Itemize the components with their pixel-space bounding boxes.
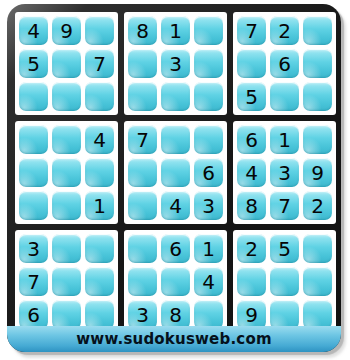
sudoku-cell[interactable]: 7: [237, 16, 266, 45]
sudoku-cell[interactable]: [270, 82, 299, 111]
sudoku-cell[interactable]: [303, 16, 332, 45]
sudoku-cell[interactable]: [194, 82, 223, 111]
sudoku-cell[interactable]: 5: [237, 82, 266, 111]
sudoku-cell[interactable]: 6: [19, 300, 48, 329]
sudoku-box: 259: [233, 230, 336, 333]
sudoku-cell[interactable]: 1: [270, 125, 299, 154]
website-url[interactable]: www.sudokusweb.com: [76, 330, 271, 348]
sudoku-cell[interactable]: 4: [19, 16, 48, 45]
sudoku-cell[interactable]: [52, 49, 81, 78]
sudoku-cell[interactable]: [19, 158, 48, 187]
sudoku-cell[interactable]: [194, 300, 223, 329]
sudoku-cell[interactable]: [52, 300, 81, 329]
footer-bar: www.sudokusweb.com: [7, 326, 341, 352]
sudoku-cell[interactable]: [19, 125, 48, 154]
sudoku-cell[interactable]: 5: [270, 234, 299, 263]
sudoku-cell[interactable]: [303, 234, 332, 263]
sudoku-cell[interactable]: [303, 82, 332, 111]
sudoku-cell[interactable]: 9: [237, 300, 266, 329]
sudoku-cell[interactable]: 1: [85, 191, 114, 220]
sudoku-cell[interactable]: [128, 267, 157, 296]
sudoku-cell[interactable]: 5: [19, 49, 48, 78]
sudoku-cell[interactable]: 7: [270, 191, 299, 220]
sudoku-cell[interactable]: [85, 234, 114, 263]
sudoku-cell[interactable]: [303, 49, 332, 78]
sudoku-cell[interactable]: [270, 267, 299, 296]
sudoku-cell[interactable]: 8: [128, 16, 157, 45]
sudoku-cell[interactable]: 3: [128, 300, 157, 329]
sudoku-cell[interactable]: [237, 267, 266, 296]
sudoku-cell[interactable]: [128, 49, 157, 78]
sudoku-cell[interactable]: [161, 267, 190, 296]
sudoku-cell[interactable]: 6: [161, 234, 190, 263]
sudoku-cell[interactable]: [237, 49, 266, 78]
sudoku-cell[interactable]: 3: [161, 49, 190, 78]
sudoku-cell[interactable]: [52, 234, 81, 263]
sudoku-cell[interactable]: [85, 82, 114, 111]
sudoku-box: 4957: [15, 12, 118, 115]
sudoku-cell[interactable]: [128, 158, 157, 187]
sudoku-box: 41: [15, 121, 118, 224]
sudoku-box: 813: [124, 12, 227, 115]
sudoku-cell[interactable]: [128, 191, 157, 220]
sudoku-cell[interactable]: 4: [85, 125, 114, 154]
sudoku-cell[interactable]: [85, 267, 114, 296]
sudoku-cell[interactable]: 2: [270, 16, 299, 45]
sudoku-box: 61439872: [233, 121, 336, 224]
sudoku-cell[interactable]: [85, 300, 114, 329]
sudoku-cell[interactable]: 7: [128, 125, 157, 154]
sudoku-cell[interactable]: 6: [194, 158, 223, 187]
sudoku-cell[interactable]: [52, 82, 81, 111]
sudoku-box: 7265: [233, 12, 336, 115]
sudoku-cell[interactable]: [85, 16, 114, 45]
sudoku-box: 376: [15, 230, 118, 333]
sudoku-cell[interactable]: [161, 125, 190, 154]
sudoku-cell[interactable]: 1: [161, 16, 190, 45]
sudoku-cell[interactable]: 2: [303, 191, 332, 220]
sudoku-cell[interactable]: 8: [237, 191, 266, 220]
sudoku-cell[interactable]: [303, 125, 332, 154]
sudoku-cell[interactable]: [161, 82, 190, 111]
sudoku-cell[interactable]: [128, 234, 157, 263]
sudoku-cell[interactable]: [303, 300, 332, 329]
sudoku-cell[interactable]: 8: [161, 300, 190, 329]
sudoku-cell[interactable]: [194, 49, 223, 78]
sudoku-cell[interactable]: 4: [161, 191, 190, 220]
sudoku-cell[interactable]: 7: [19, 267, 48, 296]
sudoku-cell[interactable]: 6: [270, 49, 299, 78]
sudoku-cell[interactable]: [194, 16, 223, 45]
sudoku-cell[interactable]: 4: [194, 267, 223, 296]
sudoku-cell[interactable]: 2: [237, 234, 266, 263]
sudoku-cell[interactable]: [128, 82, 157, 111]
sudoku-cell[interactable]: [52, 267, 81, 296]
sudoku-cell[interactable]: 3: [19, 234, 48, 263]
sudoku-cell[interactable]: 7: [85, 49, 114, 78]
sudoku-cell[interactable]: 9: [52, 16, 81, 45]
sudoku-board-frame: 495781372654176436143987237661438259 www…: [7, 4, 341, 352]
sudoku-cell[interactable]: 9: [303, 158, 332, 187]
sudoku-cell[interactable]: [270, 300, 299, 329]
sudoku-cell[interactable]: 1: [194, 234, 223, 263]
sudoku-box: 61438: [124, 230, 227, 333]
sudoku-cell[interactable]: 3: [270, 158, 299, 187]
sudoku-cell[interactable]: [194, 125, 223, 154]
sudoku-cell[interactable]: 3: [194, 191, 223, 220]
sudoku-cell[interactable]: [161, 158, 190, 187]
sudoku-cell[interactable]: [303, 267, 332, 296]
sudoku-cell[interactable]: [52, 191, 81, 220]
sudoku-cell[interactable]: 4: [237, 158, 266, 187]
sudoku-cell[interactable]: [52, 158, 81, 187]
sudoku-cell[interactable]: [85, 158, 114, 187]
sudoku-cell[interactable]: [19, 191, 48, 220]
sudoku-board-grid: 495781372654176436143987237661438259: [15, 12, 333, 333]
sudoku-cell[interactable]: 6: [237, 125, 266, 154]
sudoku-cell[interactable]: [52, 125, 81, 154]
sudoku-cell[interactable]: [19, 82, 48, 111]
sudoku-box: 7643: [124, 121, 227, 224]
